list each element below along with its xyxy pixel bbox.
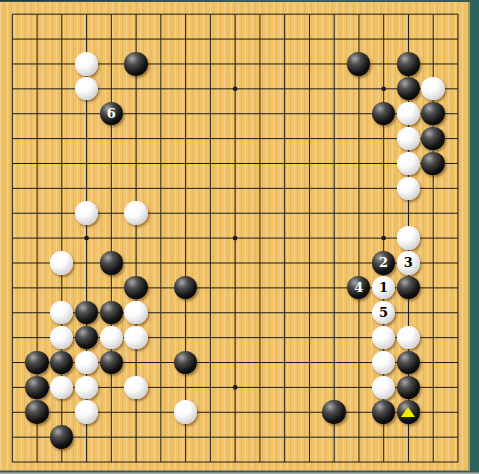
intersection[interactable]: [396, 425, 421, 450]
intersection[interactable]: [272, 325, 297, 350]
intersection[interactable]: [297, 101, 322, 126]
intersection[interactable]: [148, 27, 173, 52]
intersection[interactable]: [247, 151, 272, 176]
intersection[interactable]: [124, 51, 149, 76]
intersection[interactable]: [322, 250, 347, 275]
intersection[interactable]: [272, 275, 297, 300]
intersection[interactable]: [297, 250, 322, 275]
intersection[interactable]: [421, 51, 446, 76]
intersection[interactable]: [49, 226, 74, 251]
intersection[interactable]: [445, 2, 470, 27]
intersection[interactable]: [0, 201, 25, 226]
intersection[interactable]: [223, 226, 248, 251]
intersection[interactable]: [445, 126, 470, 151]
intersection[interactable]: [445, 226, 470, 251]
intersection[interactable]: [322, 51, 347, 76]
intersection[interactable]: [148, 350, 173, 375]
intersection[interactable]: [396, 76, 421, 101]
intersection[interactable]: [173, 101, 198, 126]
intersection[interactable]: [223, 76, 248, 101]
intersection[interactable]: [421, 400, 446, 425]
intersection[interactable]: [99, 325, 124, 350]
intersection[interactable]: [124, 350, 149, 375]
intersection[interactable]: [74, 350, 99, 375]
intersection[interactable]: [49, 27, 74, 52]
intersection[interactable]: [0, 101, 25, 126]
intersection[interactable]: [346, 325, 371, 350]
intersection[interactable]: [272, 226, 297, 251]
intersection[interactable]: [272, 201, 297, 226]
intersection[interactable]: [371, 425, 396, 450]
intersection[interactable]: [247, 325, 272, 350]
intersection[interactable]: [124, 176, 149, 201]
intersection[interactable]: [421, 2, 446, 27]
intersection[interactable]: [74, 51, 99, 76]
intersection[interactable]: [198, 250, 223, 275]
intersection[interactable]: [322, 350, 347, 375]
intersection[interactable]: [272, 250, 297, 275]
intersection[interactable]: [297, 275, 322, 300]
intersection[interactable]: [297, 176, 322, 201]
intersection[interactable]: [421, 300, 446, 325]
intersection[interactable]: [124, 425, 149, 450]
intersection[interactable]: [272, 425, 297, 450]
intersection[interactable]: [173, 275, 198, 300]
intersection[interactable]: [322, 151, 347, 176]
intersection[interactable]: [223, 300, 248, 325]
intersection[interactable]: [198, 325, 223, 350]
intersection[interactable]: [148, 400, 173, 425]
intersection[interactable]: [49, 176, 74, 201]
intersection[interactable]: [49, 201, 74, 226]
intersection[interactable]: [322, 226, 347, 251]
intersection[interactable]: [223, 250, 248, 275]
intersection[interactable]: [148, 126, 173, 151]
intersection[interactable]: [148, 275, 173, 300]
intersection[interactable]: [99, 300, 124, 325]
intersection[interactable]: [99, 350, 124, 375]
intersection[interactable]: [223, 51, 248, 76]
intersection[interactable]: [0, 375, 25, 400]
intersection[interactable]: [25, 226, 50, 251]
intersection[interactable]: [445, 325, 470, 350]
intersection[interactable]: [297, 76, 322, 101]
intersection[interactable]: [223, 126, 248, 151]
intersection[interactable]: [297, 400, 322, 425]
intersection[interactable]: [396, 176, 421, 201]
intersection[interactable]: [396, 2, 421, 27]
intersection[interactable]: [99, 126, 124, 151]
intersection[interactable]: [148, 201, 173, 226]
intersection[interactable]: [421, 275, 446, 300]
intersection[interactable]: [198, 275, 223, 300]
intersection[interactable]: [247, 2, 272, 27]
intersection[interactable]: [445, 101, 470, 126]
intersection[interactable]: [247, 226, 272, 251]
intersection[interactable]: [223, 275, 248, 300]
intersection[interactable]: [124, 2, 149, 27]
intersection[interactable]: [74, 27, 99, 52]
intersection[interactable]: [148, 101, 173, 126]
intersection[interactable]: [198, 400, 223, 425]
intersection[interactable]: [148, 250, 173, 275]
intersection[interactable]: [74, 400, 99, 425]
intersection[interactable]: [297, 325, 322, 350]
intersection[interactable]: [173, 226, 198, 251]
intersection[interactable]: [49, 250, 74, 275]
intersection[interactable]: [322, 275, 347, 300]
intersection[interactable]: [396, 126, 421, 151]
intersection[interactable]: [0, 176, 25, 201]
intersection[interactable]: [148, 375, 173, 400]
intersection[interactable]: [421, 126, 446, 151]
intersection[interactable]: [247, 126, 272, 151]
intersection[interactable]: [74, 126, 99, 151]
intersection[interactable]: [223, 325, 248, 350]
intersection[interactable]: [371, 176, 396, 201]
intersection[interactable]: [445, 250, 470, 275]
intersection[interactable]: [49, 151, 74, 176]
intersection[interactable]: [421, 176, 446, 201]
intersection[interactable]: [396, 350, 421, 375]
intersection[interactable]: [297, 425, 322, 450]
intersection[interactable]: [25, 27, 50, 52]
intersection[interactable]: [297, 375, 322, 400]
intersection[interactable]: [421, 250, 446, 275]
intersection[interactable]: [173, 151, 198, 176]
intersection[interactable]: [346, 2, 371, 27]
intersection[interactable]: [272, 101, 297, 126]
intersection[interactable]: [99, 76, 124, 101]
intersection[interactable]: [49, 425, 74, 450]
intersection[interactable]: [25, 400, 50, 425]
intersection[interactable]: [445, 375, 470, 400]
intersection[interactable]: [74, 151, 99, 176]
intersection[interactable]: [148, 226, 173, 251]
intersection[interactable]: [346, 250, 371, 275]
intersection[interactable]: [445, 151, 470, 176]
intersection[interactable]: [25, 250, 50, 275]
intersection[interactable]: [99, 2, 124, 27]
intersection[interactable]: [0, 350, 25, 375]
intersection[interactable]: [198, 126, 223, 151]
intersection[interactable]: [173, 250, 198, 275]
intersection[interactable]: [445, 300, 470, 325]
intersection[interactable]: [396, 300, 421, 325]
intersection[interactable]: [198, 51, 223, 76]
intersection[interactable]: [247, 375, 272, 400]
intersection[interactable]: [247, 400, 272, 425]
intersection[interactable]: [49, 2, 74, 27]
intersection[interactable]: [49, 400, 74, 425]
intersection[interactable]: [0, 51, 25, 76]
intersection[interactable]: [247, 300, 272, 325]
intersection[interactable]: [74, 250, 99, 275]
intersection[interactable]: [346, 126, 371, 151]
intersection[interactable]: [198, 27, 223, 52]
intersection[interactable]: [346, 425, 371, 450]
intersection[interactable]: [0, 300, 25, 325]
intersection[interactable]: [445, 350, 470, 375]
intersection[interactable]: [0, 400, 25, 425]
intersection[interactable]: [223, 101, 248, 126]
intersection[interactable]: [173, 325, 198, 350]
intersection[interactable]: [445, 76, 470, 101]
intersection[interactable]: [346, 176, 371, 201]
intersection[interactable]: [247, 425, 272, 450]
intersection[interactable]: [272, 350, 297, 375]
intersection[interactable]: [272, 151, 297, 176]
intersection[interactable]: [272, 176, 297, 201]
intersection[interactable]: [124, 375, 149, 400]
intersection[interactable]: [223, 27, 248, 52]
intersection[interactable]: [99, 201, 124, 226]
intersection[interactable]: [198, 151, 223, 176]
intersection[interactable]: [322, 325, 347, 350]
intersection[interactable]: [396, 51, 421, 76]
intersection[interactable]: [124, 27, 149, 52]
intersection[interactable]: [396, 226, 421, 251]
intersection[interactable]: [346, 300, 371, 325]
intersection[interactable]: [0, 226, 25, 251]
intersection[interactable]: [74, 425, 99, 450]
intersection[interactable]: [25, 126, 50, 151]
intersection[interactable]: [396, 325, 421, 350]
intersection[interactable]: [297, 151, 322, 176]
intersection[interactable]: [346, 76, 371, 101]
intersection[interactable]: [198, 2, 223, 27]
intersection[interactable]: [124, 400, 149, 425]
intersection[interactable]: [0, 151, 25, 176]
intersection[interactable]: [371, 51, 396, 76]
intersection[interactable]: [346, 400, 371, 425]
intersection[interactable]: [124, 76, 149, 101]
intersection[interactable]: [124, 201, 149, 226]
intersection[interactable]: [0, 126, 25, 151]
intersection[interactable]: [396, 151, 421, 176]
intersection[interactable]: [421, 226, 446, 251]
intersection[interactable]: [322, 400, 347, 425]
intersection[interactable]: [421, 101, 446, 126]
intersection[interactable]: [421, 76, 446, 101]
intersection[interactable]: [346, 201, 371, 226]
intersection[interactable]: [148, 51, 173, 76]
intersection[interactable]: [49, 126, 74, 151]
intersection[interactable]: [322, 2, 347, 27]
intersection[interactable]: [322, 27, 347, 52]
intersection[interactable]: [173, 2, 198, 27]
intersection[interactable]: [74, 176, 99, 201]
intersection[interactable]: [99, 151, 124, 176]
intersection[interactable]: [247, 250, 272, 275]
intersection[interactable]: [421, 425, 446, 450]
intersection[interactable]: [99, 275, 124, 300]
intersection[interactable]: [346, 151, 371, 176]
intersection[interactable]: [49, 350, 74, 375]
intersection[interactable]: [223, 400, 248, 425]
intersection[interactable]: [346, 51, 371, 76]
intersection[interactable]: [25, 350, 50, 375]
intersection[interactable]: [74, 275, 99, 300]
intersection[interactable]: [124, 300, 149, 325]
intersection[interactable]: [297, 300, 322, 325]
intersection[interactable]: [247, 350, 272, 375]
intersection[interactable]: [247, 27, 272, 52]
intersection[interactable]: [198, 76, 223, 101]
intersection[interactable]: [74, 226, 99, 251]
intersection[interactable]: [124, 226, 149, 251]
intersection[interactable]: [148, 76, 173, 101]
intersection[interactable]: [445, 275, 470, 300]
intersection[interactable]: [49, 275, 74, 300]
intersection[interactable]: [346, 101, 371, 126]
intersection[interactable]: [99, 400, 124, 425]
intersection[interactable]: [247, 275, 272, 300]
intersection[interactable]: [173, 51, 198, 76]
intersection[interactable]: [173, 176, 198, 201]
intersection[interactable]: [247, 176, 272, 201]
intersection[interactable]: [198, 300, 223, 325]
intersection[interactable]: [371, 325, 396, 350]
intersection[interactable]: [74, 2, 99, 27]
intersection[interactable]: [198, 350, 223, 375]
intersection[interactable]: [25, 300, 50, 325]
intersection[interactable]: [124, 325, 149, 350]
intersection[interactable]: [371, 400, 396, 425]
intersection[interactable]: [148, 325, 173, 350]
intersection[interactable]: [173, 375, 198, 400]
intersection[interactable]: [322, 176, 347, 201]
intersection[interactable]: [396, 101, 421, 126]
intersection[interactable]: [272, 27, 297, 52]
intersection[interactable]: [25, 275, 50, 300]
intersection[interactable]: [421, 201, 446, 226]
intersection[interactable]: [223, 2, 248, 27]
intersection[interactable]: [223, 350, 248, 375]
intersection[interactable]: [223, 151, 248, 176]
intersection[interactable]: 2: [371, 250, 396, 275]
intersection[interactable]: [371, 27, 396, 52]
intersection[interactable]: [173, 201, 198, 226]
intersection[interactable]: [272, 400, 297, 425]
intersection[interactable]: [198, 425, 223, 450]
intersection[interactable]: [371, 151, 396, 176]
intersection[interactable]: [25, 201, 50, 226]
intersection[interactable]: [371, 350, 396, 375]
intersection[interactable]: [272, 51, 297, 76]
intersection[interactable]: [173, 350, 198, 375]
intersection[interactable]: [223, 375, 248, 400]
intersection[interactable]: [297, 226, 322, 251]
intersection[interactable]: [272, 126, 297, 151]
intersection[interactable]: [371, 101, 396, 126]
intersection[interactable]: [421, 151, 446, 176]
intersection[interactable]: [272, 300, 297, 325]
intersection[interactable]: [25, 151, 50, 176]
intersection[interactable]: [0, 325, 25, 350]
intersection[interactable]: [0, 2, 25, 27]
intersection[interactable]: [297, 201, 322, 226]
intersection[interactable]: [0, 275, 25, 300]
intersection[interactable]: [322, 201, 347, 226]
intersection[interactable]: [396, 201, 421, 226]
intersection[interactable]: [173, 126, 198, 151]
intersection[interactable]: [445, 176, 470, 201]
intersection[interactable]: [0, 27, 25, 52]
intersection[interactable]: [272, 76, 297, 101]
intersection[interactable]: [173, 27, 198, 52]
intersection[interactable]: [49, 76, 74, 101]
intersection[interactable]: [74, 325, 99, 350]
intersection[interactable]: [322, 101, 347, 126]
intersection[interactable]: [198, 226, 223, 251]
intersection[interactable]: [25, 51, 50, 76]
intersection[interactable]: [297, 27, 322, 52]
intersection[interactable]: [247, 201, 272, 226]
intersection[interactable]: [445, 400, 470, 425]
intersection[interactable]: [421, 375, 446, 400]
intersection[interactable]: [124, 151, 149, 176]
intersection[interactable]: [445, 27, 470, 52]
intersection[interactable]: [173, 76, 198, 101]
intersection[interactable]: 1: [371, 275, 396, 300]
intersection[interactable]: [25, 2, 50, 27]
intersection[interactable]: [223, 176, 248, 201]
intersection[interactable]: [396, 375, 421, 400]
intersection[interactable]: 3: [396, 250, 421, 275]
intersection[interactable]: [198, 375, 223, 400]
intersection[interactable]: [173, 425, 198, 450]
intersection[interactable]: [346, 226, 371, 251]
intersection[interactable]: [297, 350, 322, 375]
intersection[interactable]: [0, 76, 25, 101]
intersection[interactable]: [445, 51, 470, 76]
intersection[interactable]: [0, 250, 25, 275]
intersection[interactable]: [371, 375, 396, 400]
intersection[interactable]: [322, 425, 347, 450]
intersection[interactable]: [371, 76, 396, 101]
intersection[interactable]: [371, 201, 396, 226]
intersection[interactable]: [99, 375, 124, 400]
intersection[interactable]: [148, 2, 173, 27]
intersection[interactable]: [25, 375, 50, 400]
intersection[interactable]: [272, 2, 297, 27]
intersection[interactable]: [0, 425, 25, 450]
intersection[interactable]: [25, 176, 50, 201]
intersection[interactable]: [445, 201, 470, 226]
intersection[interactable]: [74, 101, 99, 126]
intersection[interactable]: [25, 101, 50, 126]
intersection[interactable]: [421, 325, 446, 350]
intersection[interactable]: [297, 2, 322, 27]
intersection[interactable]: [346, 27, 371, 52]
intersection[interactable]: [247, 76, 272, 101]
intersection[interactable]: [223, 425, 248, 450]
intersection[interactable]: [322, 126, 347, 151]
intersection[interactable]: [297, 51, 322, 76]
intersection[interactable]: [49, 325, 74, 350]
intersection[interactable]: [322, 76, 347, 101]
intersection[interactable]: [396, 275, 421, 300]
intersection[interactable]: [99, 51, 124, 76]
intersection[interactable]: [396, 27, 421, 52]
intersection[interactable]: [322, 375, 347, 400]
intersection[interactable]: [25, 76, 50, 101]
intersection[interactable]: [25, 425, 50, 450]
intersection[interactable]: [371, 226, 396, 251]
intersection[interactable]: [322, 300, 347, 325]
intersection[interactable]: [371, 2, 396, 27]
